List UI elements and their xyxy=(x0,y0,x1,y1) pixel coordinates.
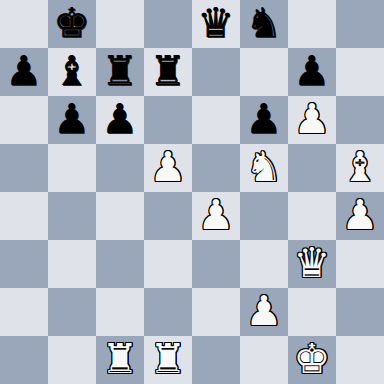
square-c3[interactable] xyxy=(96,240,144,288)
square-d6[interactable] xyxy=(144,96,192,144)
square-d8[interactable] xyxy=(144,0,192,48)
chess-board: ♚♛♞♟♝♜♜♟♟♟♟♟♟♞♝♟♟♛♟♜♜♚ xyxy=(0,0,384,384)
square-f3[interactable] xyxy=(240,240,288,288)
square-f8[interactable]: ♞ xyxy=(240,0,288,48)
piece-black-pawn[interactable]: ♟ xyxy=(6,51,43,92)
square-h5[interactable]: ♝ xyxy=(336,144,384,192)
piece-white-queen[interactable]: ♛ xyxy=(294,243,331,284)
square-g2[interactable] xyxy=(288,288,336,336)
square-e3[interactable] xyxy=(192,240,240,288)
square-h7[interactable] xyxy=(336,48,384,96)
square-g5[interactable] xyxy=(288,144,336,192)
square-d5[interactable]: ♟ xyxy=(144,144,192,192)
piece-white-pawn[interactable]: ♟ xyxy=(342,195,379,236)
square-d1[interactable]: ♜ xyxy=(144,336,192,384)
square-b3[interactable] xyxy=(48,240,96,288)
square-e8[interactable]: ♛ xyxy=(192,0,240,48)
piece-white-pawn[interactable]: ♟ xyxy=(246,291,283,332)
square-d3[interactable] xyxy=(144,240,192,288)
piece-white-pawn[interactable]: ♟ xyxy=(150,147,187,188)
square-f1[interactable] xyxy=(240,336,288,384)
square-a6[interactable] xyxy=(0,96,48,144)
square-b7[interactable]: ♝ xyxy=(48,48,96,96)
square-a1[interactable] xyxy=(0,336,48,384)
piece-black-knight[interactable]: ♞ xyxy=(246,3,283,44)
square-c7[interactable]: ♜ xyxy=(96,48,144,96)
piece-white-king[interactable]: ♚ xyxy=(294,339,331,380)
square-a8[interactable] xyxy=(0,0,48,48)
square-g3[interactable]: ♛ xyxy=(288,240,336,288)
square-b5[interactable] xyxy=(48,144,96,192)
square-h2[interactable] xyxy=(336,288,384,336)
square-b4[interactable] xyxy=(48,192,96,240)
square-b6[interactable]: ♟ xyxy=(48,96,96,144)
square-e1[interactable] xyxy=(192,336,240,384)
piece-black-bishop[interactable]: ♝ xyxy=(54,51,91,92)
square-f5[interactable]: ♞ xyxy=(240,144,288,192)
square-c8[interactable] xyxy=(96,0,144,48)
piece-black-queen[interactable]: ♛ xyxy=(198,3,235,44)
square-b2[interactable] xyxy=(48,288,96,336)
square-h4[interactable]: ♟ xyxy=(336,192,384,240)
square-g6[interactable]: ♟ xyxy=(288,96,336,144)
square-h1[interactable] xyxy=(336,336,384,384)
square-b1[interactable] xyxy=(48,336,96,384)
piece-black-pawn[interactable]: ♟ xyxy=(246,99,283,140)
square-e4[interactable]: ♟ xyxy=(192,192,240,240)
piece-black-rook[interactable]: ♜ xyxy=(150,51,187,92)
square-c5[interactable] xyxy=(96,144,144,192)
piece-black-pawn[interactable]: ♟ xyxy=(294,51,331,92)
square-g7[interactable]: ♟ xyxy=(288,48,336,96)
square-h6[interactable] xyxy=(336,96,384,144)
square-e2[interactable] xyxy=(192,288,240,336)
piece-white-knight[interactable]: ♞ xyxy=(246,147,283,188)
square-h8[interactable] xyxy=(336,0,384,48)
square-a5[interactable] xyxy=(0,144,48,192)
square-a7[interactable]: ♟ xyxy=(0,48,48,96)
piece-black-pawn[interactable]: ♟ xyxy=(54,99,91,140)
square-b8[interactable]: ♚ xyxy=(48,0,96,48)
square-d4[interactable] xyxy=(144,192,192,240)
square-c4[interactable] xyxy=(96,192,144,240)
piece-white-rook[interactable]: ♜ xyxy=(150,339,187,380)
square-g8[interactable] xyxy=(288,0,336,48)
square-c6[interactable]: ♟ xyxy=(96,96,144,144)
square-c2[interactable] xyxy=(96,288,144,336)
square-a2[interactable] xyxy=(0,288,48,336)
piece-white-rook[interactable]: ♜ xyxy=(102,339,139,380)
piece-white-pawn[interactable]: ♟ xyxy=(294,99,331,140)
piece-white-pawn[interactable]: ♟ xyxy=(198,195,235,236)
square-d2[interactable] xyxy=(144,288,192,336)
square-g1[interactable]: ♚ xyxy=(288,336,336,384)
piece-black-rook[interactable]: ♜ xyxy=(102,51,139,92)
square-e7[interactable] xyxy=(192,48,240,96)
square-e5[interactable] xyxy=(192,144,240,192)
square-a3[interactable] xyxy=(0,240,48,288)
square-f2[interactable]: ♟ xyxy=(240,288,288,336)
square-h3[interactable] xyxy=(336,240,384,288)
square-d7[interactable]: ♜ xyxy=(144,48,192,96)
square-c1[interactable]: ♜ xyxy=(96,336,144,384)
square-g4[interactable] xyxy=(288,192,336,240)
piece-white-bishop[interactable]: ♝ xyxy=(342,147,379,188)
square-f6[interactable]: ♟ xyxy=(240,96,288,144)
square-e6[interactable] xyxy=(192,96,240,144)
piece-black-king[interactable]: ♚ xyxy=(54,3,91,44)
square-f4[interactable] xyxy=(240,192,288,240)
square-f7[interactable] xyxy=(240,48,288,96)
square-a4[interactable] xyxy=(0,192,48,240)
piece-black-pawn[interactable]: ♟ xyxy=(102,99,139,140)
